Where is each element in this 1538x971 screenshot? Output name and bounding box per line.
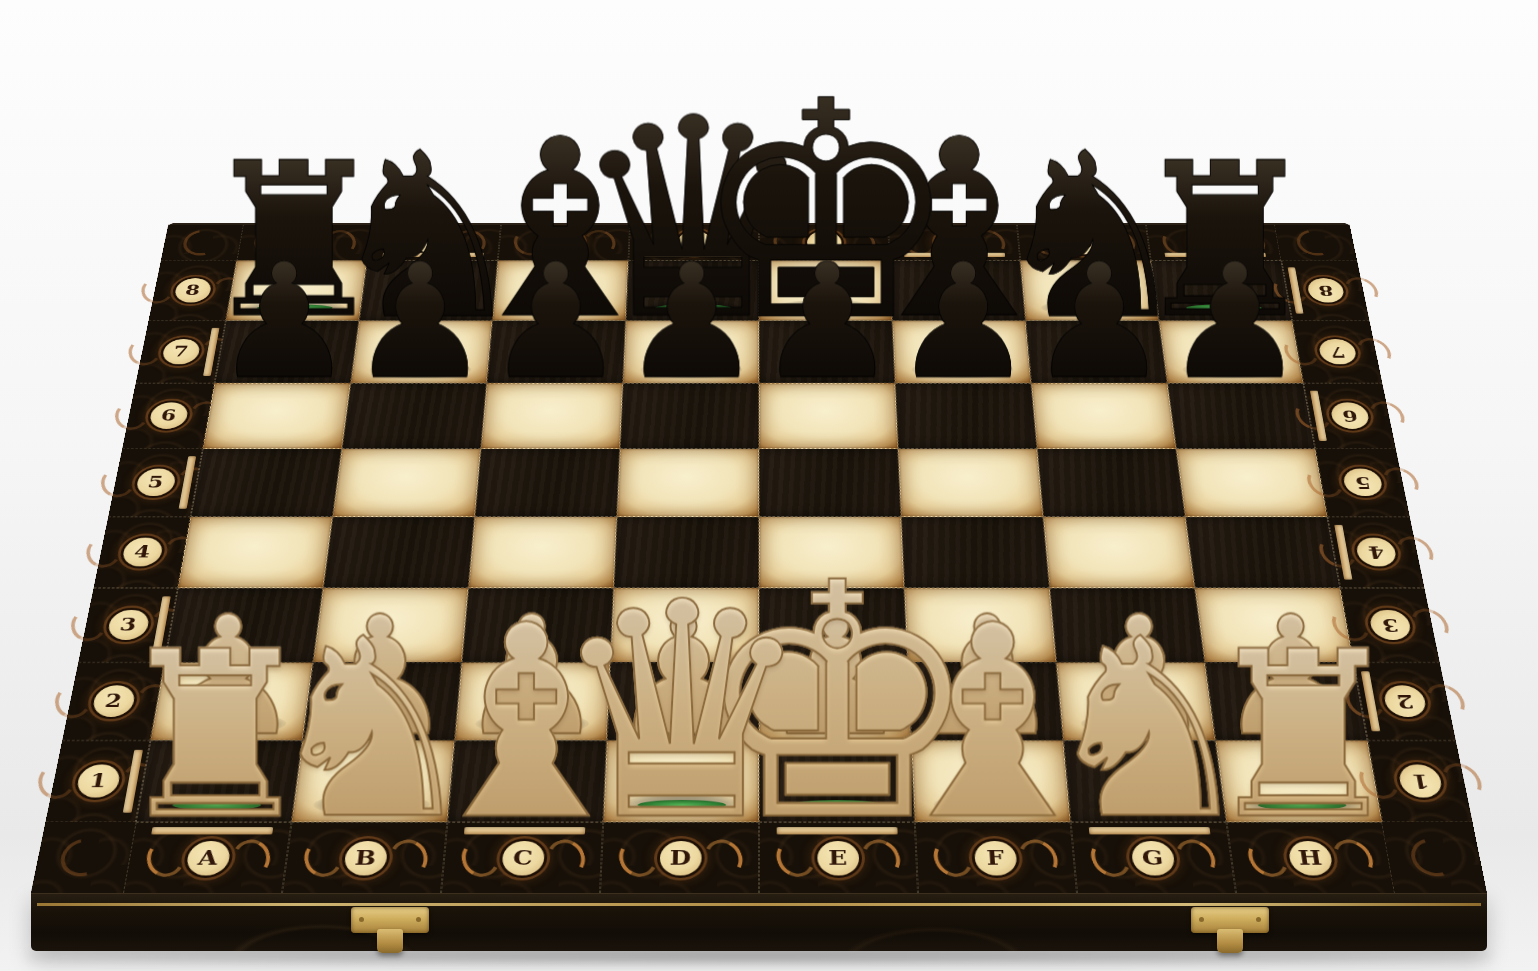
file-label-b-top: B (367, 225, 501, 261)
file-label-b-bottom: B (282, 822, 447, 893)
piece-black-pawn-e7[interactable]: ♟ (756, 243, 898, 376)
coordinate-medallion: G (1089, 839, 1216, 877)
file-label-text: C (546, 231, 582, 254)
file-label-text: A (286, 231, 324, 254)
chess-board[interactable]: ABCDEFGH8♜♞♝♛♚♝♞♜87♟♟♟♟♟♟♟♟7665544332♟♟♟… (31, 223, 1487, 893)
scroll-flourish-icon (770, 835, 820, 881)
coordinate-medallion: 1 (1357, 763, 1484, 799)
file-label-f-bottom: F (915, 822, 1077, 893)
scroll-flourish-icon (1435, 759, 1489, 803)
file-label-d-bottom: D (600, 822, 759, 893)
rank-label-6-right: 6 (1303, 383, 1395, 448)
scroll-flourish-icon (143, 835, 188, 881)
scroll-flourish-icon (300, 835, 347, 881)
file-label-a-top: A (237, 225, 372, 261)
square-c7[interactable]: ♟ (487, 321, 626, 384)
square-f1[interactable]: ♝ (911, 741, 1070, 823)
board-front-edge (31, 891, 1487, 951)
brass-inlay-line (37, 903, 1481, 906)
scroll-flourish-icon (228, 835, 274, 881)
piece-white-bishop-c1[interactable]: ♝ (407, 590, 645, 813)
scroll-flourish-icon (541, 835, 589, 881)
scroll-flourish-icon (709, 227, 750, 258)
square-f6[interactable] (895, 383, 1037, 448)
frame-corner-bottom-left (31, 822, 136, 893)
rank-label-text: 4 (120, 538, 163, 567)
coordinate-medallion: B (382, 230, 486, 256)
scroll-flourish-icon (1390, 533, 1440, 571)
rank-label-text: 5 (1341, 469, 1383, 497)
rank-label-text: 6 (148, 402, 189, 428)
scroll-flourish-icon (1241, 835, 1295, 881)
scroll-flourish-icon (1363, 398, 1411, 433)
scroll-flourish-icon (968, 227, 1011, 258)
square-e7[interactable]: ♟ (759, 321, 895, 384)
piece-black-pawn-d7[interactable]: ♟ (620, 243, 762, 376)
piece-glyph: ♝ (407, 590, 645, 856)
scroll-flourish-icon (768, 227, 809, 258)
square-c5[interactable] (475, 449, 620, 517)
coordinate-medallion: G (1032, 230, 1136, 256)
scroll-flourish-icon (1419, 680, 1472, 722)
coordinate-medallion: 6 (1293, 401, 1406, 430)
rank-label-text: 6 (1329, 402, 1370, 428)
piece-glyph: ♜ (1200, 621, 1406, 851)
piece-black-pawn-b7[interactable]: ♟ (348, 243, 490, 376)
file-label-d-top: D (628, 225, 759, 261)
square-h1[interactable]: ♜ (1215, 741, 1382, 823)
scroll-flourish-icon (1027, 227, 1070, 258)
file-label-c-top: C (498, 225, 630, 261)
square-d7[interactable]: ♟ (623, 321, 759, 384)
scroll-flourish-icon (1376, 464, 1425, 500)
coordinate-medallion: 7 (1282, 338, 1392, 366)
scroll-flourish-icon (927, 835, 978, 881)
file-label-text: F (936, 231, 972, 254)
coordinate-medallion: 4 (83, 536, 201, 568)
coordinate-medallion: 5 (98, 467, 213, 497)
square-h6[interactable] (1167, 383, 1315, 448)
scroll-flourish-icon (52, 680, 95, 722)
coordinate-medallion: 7 (125, 338, 235, 366)
rank-label-text: 8 (1306, 278, 1346, 302)
coordinate-medallion: C (513, 230, 616, 256)
board-floor-shadow (26, 949, 1492, 964)
file-label-text: E (817, 841, 859, 876)
coordinate-medallion: B (302, 839, 429, 877)
scroll-flourish-icon (1012, 835, 1064, 881)
file-label-text: B (343, 841, 388, 876)
piece-glyph: ♜ (112, 621, 318, 851)
file-label-text: E (807, 231, 842, 254)
scroll-flourish-icon (838, 227, 880, 258)
square-e6[interactable] (759, 383, 898, 448)
clasp-left-icon (351, 907, 429, 933)
file-label-g-bottom: G (1071, 822, 1236, 893)
file-label-text: F (973, 841, 1017, 876)
coordinate-medallion: D (618, 839, 742, 877)
square-g6[interactable] (1031, 383, 1176, 448)
scroll-flourish-icon (321, 227, 360, 258)
photo-scene: ABCDEFGH8♜♞♝♛♚♝♞♜87♟♟♟♟♟♟♟♟7665544332♟♟♟… (0, 0, 1538, 971)
scroll-flourish-icon (1350, 335, 1397, 368)
coordinate-medallion: 4 (1317, 536, 1435, 568)
piece-black-pawn-h7[interactable]: ♟ (1163, 243, 1305, 376)
square-a5[interactable] (191, 449, 342, 517)
square-a4[interactable] (178, 517, 333, 588)
square-f7[interactable]: ♟ (892, 321, 1031, 384)
coordinate-medallion: 1 (34, 763, 161, 799)
rank-label-text: 3 (1368, 610, 1413, 640)
file-label-c-bottom: C (441, 822, 603, 893)
piece-black-pawn-a7[interactable]: ♟ (213, 243, 355, 376)
piece-black-pawn-g7[interactable]: ♟ (1027, 243, 1169, 376)
square-h4[interactable] (1185, 517, 1340, 588)
clasp-right-icon (1191, 907, 1269, 933)
scroll-flourish-icon (855, 835, 906, 881)
file-label-text: A (184, 841, 231, 876)
square-g7[interactable]: ♟ (1026, 321, 1168, 384)
coordinate-medallion: E (773, 230, 875, 256)
file-label-a-bottom: A (123, 822, 292, 893)
coordinate-medallion: E (776, 839, 900, 877)
scroll-flourish-icon (698, 835, 748, 881)
coordinate-medallion: 2 (1343, 684, 1467, 719)
rank-label-text: 4 (1354, 538, 1397, 567)
scroll-flourish-icon (98, 464, 138, 500)
piece-glyph: ♝ (873, 590, 1111, 856)
scroll-flourish-icon (1404, 605, 1455, 645)
square-h5[interactable] (1176, 449, 1327, 517)
square-d5[interactable] (617, 449, 759, 517)
scroll-flourish-icon (457, 835, 505, 881)
file-label-e-top: E (759, 225, 890, 261)
scroll-flourish-icon (1084, 835, 1136, 881)
file-label-g-top: G (1017, 225, 1151, 261)
frame-corner-bottom-right (1382, 822, 1487, 893)
scroll-flourish-icon (251, 227, 289, 258)
piece-black-pawn-c7[interactable]: ♟ (484, 243, 626, 376)
rank-label-5-right: 5 (1315, 449, 1409, 517)
rank-label-text: 2 (1382, 685, 1428, 717)
file-label-text: H (1287, 841, 1334, 876)
scroll-flourish-icon (1325, 835, 1379, 881)
square-a1[interactable]: ♜ (136, 741, 303, 823)
square-b7[interactable]: ♟ (351, 321, 493, 384)
square-d6[interactable] (620, 383, 759, 448)
scroll-flourish-icon (68, 605, 110, 645)
file-label-text: D (659, 841, 701, 876)
scroll-flourish-icon (35, 759, 79, 803)
scroll-flourish-icon (385, 835, 432, 881)
coordinate-medallion: H (1161, 230, 1266, 256)
square-b5[interactable] (333, 449, 481, 517)
square-h7[interactable]: ♟ (1159, 321, 1304, 384)
scroll-flourish-icon (83, 533, 124, 571)
coordinate-medallion: 8 (138, 277, 246, 304)
square-a7[interactable]: ♟ (215, 321, 360, 384)
scroll-flourish-icon (1338, 274, 1384, 306)
square-c6[interactable] (481, 383, 623, 448)
square-b6[interactable] (342, 383, 487, 448)
coordinate-medallion: 6 (112, 401, 225, 430)
coordinate-medallion: D (643, 230, 745, 256)
coordinate-medallion: 5 (1305, 467, 1420, 497)
coordinate-medallion: H (1246, 839, 1375, 877)
coordinate-medallion: C (460, 839, 585, 877)
scroll-flourish-icon (125, 335, 164, 368)
rank-label-6-left: 6 (122, 383, 214, 448)
scroll-flourish-icon (1312, 533, 1361, 571)
rank-label-5-left: 5 (108, 449, 202, 517)
rank-label-text: 7 (1317, 339, 1357, 364)
file-label-text: D (677, 231, 712, 254)
file-label-e-bottom: E (759, 822, 918, 893)
file-label-text: B (416, 231, 453, 254)
file-label-text: C (501, 841, 545, 876)
scroll-flourish-icon (579, 227, 619, 258)
coordinate-medallion: F (933, 839, 1058, 877)
square-g5[interactable] (1037, 449, 1185, 517)
file-label-text: G (1130, 841, 1175, 876)
piece-white-bishop-f1[interactable]: ♝ (873, 590, 1111, 813)
scroll-flourish-icon (613, 835, 662, 881)
file-label-text: G (1065, 231, 1102, 254)
coordinate-medallion: F (902, 230, 1005, 256)
scroll-flourish-icon (898, 227, 940, 258)
scroll-flourish-icon (639, 227, 679, 258)
rank-label-text: 1 (1396, 764, 1443, 797)
scroll-flourish-icon (138, 274, 176, 306)
file-label-h-top: H (1146, 225, 1281, 261)
rank-label-text: 5 (134, 469, 176, 497)
coordinate-medallion: A (143, 839, 272, 877)
coordinate-medallion: A (252, 230, 357, 256)
square-c1[interactable]: ♝ (447, 741, 606, 823)
scroll-flourish-icon (450, 227, 489, 258)
scroll-flourish-icon (509, 227, 549, 258)
scroll-flourish-icon (112, 398, 151, 433)
file-label-text: H (1194, 231, 1232, 254)
coordinate-medallion: 8 (1272, 277, 1380, 304)
coordinate-medallion: 3 (1330, 608, 1451, 641)
rank-label-4-left: 4 (94, 517, 191, 588)
square-a6[interactable] (203, 383, 351, 448)
rank-label-4-right: 4 (1327, 517, 1424, 588)
square-e5[interactable] (759, 449, 901, 517)
rank-label-text: 7 (161, 339, 201, 364)
file-label-h-bottom: H (1226, 822, 1395, 893)
file-label-f-top: F (888, 225, 1020, 261)
piece-black-pawn-f7[interactable]: ♟ (892, 243, 1034, 376)
scroll-flourish-icon (380, 227, 419, 258)
square-f5[interactable] (898, 449, 1043, 517)
scroll-flourish-icon (1169, 835, 1222, 881)
